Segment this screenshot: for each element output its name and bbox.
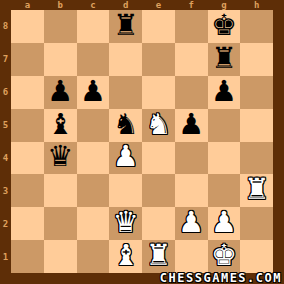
piece-black-queen[interactable]: ♛ xyxy=(47,142,73,171)
square-a4[interactable] xyxy=(11,142,44,175)
square-g2[interactable]: ♟ xyxy=(208,207,241,240)
piece-white-queen[interactable]: ♛ xyxy=(113,208,139,237)
square-d2[interactable]: ♛ xyxy=(109,207,142,240)
square-f6[interactable] xyxy=(175,76,208,109)
file-label-b: b xyxy=(44,0,77,10)
square-c5[interactable] xyxy=(77,109,110,142)
square-d1[interactable]: ♝ xyxy=(109,240,142,273)
square-e2[interactable] xyxy=(142,207,175,240)
piece-white-pawn[interactable]: ♟ xyxy=(178,208,204,237)
file-label-f: f xyxy=(175,0,208,10)
square-g1[interactable]: ♚ xyxy=(208,240,241,273)
square-b4[interactable]: ♛ xyxy=(44,142,77,175)
square-h2[interactable] xyxy=(240,207,273,240)
square-h1[interactable] xyxy=(240,240,273,273)
square-d7[interactable] xyxy=(109,43,142,76)
square-d8[interactable]: ♜ xyxy=(109,10,142,43)
piece-white-pawn[interactable]: ♟ xyxy=(211,208,237,237)
square-h3[interactable]: ♜ xyxy=(240,174,273,207)
square-f7[interactable] xyxy=(175,43,208,76)
square-e7[interactable] xyxy=(142,43,175,76)
square-c3[interactable] xyxy=(77,174,110,207)
piece-black-rook[interactable]: ♜ xyxy=(211,44,237,73)
square-c7[interactable] xyxy=(77,43,110,76)
square-g6[interactable]: ♟ xyxy=(208,76,241,109)
piece-white-king[interactable]: ♚ xyxy=(211,241,237,270)
rank-labels: 87654321 xyxy=(0,10,11,273)
square-b1[interactable] xyxy=(44,240,77,273)
square-e1[interactable]: ♜ xyxy=(142,240,175,273)
square-a7[interactable] xyxy=(11,43,44,76)
piece-black-king[interactable]: ♚ xyxy=(211,11,237,40)
square-g8[interactable]: ♚ xyxy=(208,10,241,43)
piece-white-rook[interactable]: ♜ xyxy=(244,175,270,204)
square-g3[interactable] xyxy=(208,174,241,207)
square-b2[interactable] xyxy=(44,207,77,240)
piece-black-pawn[interactable]: ♟ xyxy=(80,77,106,106)
chess-diagram: abcdefgh 87654321 ♜♚♜♟♟♟♝♞♞♟♛♟♜♛♟♟♝♜♚ CH… xyxy=(0,0,284,284)
square-f5[interactable]: ♟ xyxy=(175,109,208,142)
square-e6[interactable] xyxy=(142,76,175,109)
piece-black-rook[interactable]: ♜ xyxy=(113,11,139,40)
square-h5[interactable] xyxy=(240,109,273,142)
square-b7[interactable] xyxy=(44,43,77,76)
rank-label-5: 5 xyxy=(0,109,11,142)
square-a1[interactable] xyxy=(11,240,44,273)
square-h4[interactable] xyxy=(240,142,273,175)
square-e8[interactable] xyxy=(142,10,175,43)
square-a8[interactable] xyxy=(11,10,44,43)
piece-white-rook[interactable]: ♜ xyxy=(145,241,171,270)
square-h8[interactable] xyxy=(240,10,273,43)
square-a3[interactable] xyxy=(11,174,44,207)
piece-black-pawn[interactable]: ♟ xyxy=(47,77,73,106)
square-f8[interactable] xyxy=(175,10,208,43)
piece-white-knight[interactable]: ♞ xyxy=(145,110,171,139)
piece-white-bishop[interactable]: ♝ xyxy=(113,241,139,270)
square-d6[interactable] xyxy=(109,76,142,109)
square-c1[interactable] xyxy=(77,240,110,273)
square-f4[interactable] xyxy=(175,142,208,175)
rank-label-7: 7 xyxy=(0,43,11,76)
file-label-a: a xyxy=(11,0,44,10)
square-g5[interactable] xyxy=(208,109,241,142)
rank-label-8: 8 xyxy=(0,10,11,43)
chess-board: ♜♚♜♟♟♟♝♞♞♟♛♟♜♛♟♟♝♜♚ xyxy=(11,10,273,273)
square-b3[interactable] xyxy=(44,174,77,207)
rank-label-2: 2 xyxy=(0,207,11,240)
square-c8[interactable] xyxy=(77,10,110,43)
square-h7[interactable] xyxy=(240,43,273,76)
square-f2[interactable]: ♟ xyxy=(175,207,208,240)
rank-label-1: 1 xyxy=(0,240,11,273)
piece-black-knight[interactable]: ♞ xyxy=(113,110,139,139)
square-b8[interactable] xyxy=(44,10,77,43)
piece-black-pawn[interactable]: ♟ xyxy=(211,77,237,106)
square-g7[interactable]: ♜ xyxy=(208,43,241,76)
square-a6[interactable] xyxy=(11,76,44,109)
square-f3[interactable] xyxy=(175,174,208,207)
piece-black-pawn[interactable]: ♟ xyxy=(178,110,204,139)
rank-label-6: 6 xyxy=(0,76,11,109)
square-d3[interactable] xyxy=(109,174,142,207)
square-h6[interactable] xyxy=(240,76,273,109)
site-watermark: CHESSGAMES.COM xyxy=(160,272,282,284)
file-label-e: e xyxy=(142,0,175,10)
file-label-c: c xyxy=(77,0,110,10)
square-d4[interactable]: ♟ xyxy=(109,142,142,175)
square-c6[interactable]: ♟ xyxy=(77,76,110,109)
file-label-h: h xyxy=(240,0,273,10)
square-e3[interactable] xyxy=(142,174,175,207)
square-b6[interactable]: ♟ xyxy=(44,76,77,109)
square-e4[interactable] xyxy=(142,142,175,175)
square-g4[interactable] xyxy=(208,142,241,175)
square-f1[interactable] xyxy=(175,240,208,273)
rank-label-4: 4 xyxy=(0,142,11,175)
square-a5[interactable] xyxy=(11,109,44,142)
piece-white-pawn[interactable]: ♟ xyxy=(113,142,139,171)
square-a2[interactable] xyxy=(11,207,44,240)
square-c4[interactable] xyxy=(77,142,110,175)
rank-label-3: 3 xyxy=(0,174,11,207)
piece-black-bishop[interactable]: ♝ xyxy=(47,110,73,139)
square-c2[interactable] xyxy=(77,207,110,240)
square-e5[interactable]: ♞ xyxy=(142,109,175,142)
square-b5[interactable]: ♝ xyxy=(44,109,77,142)
square-d5[interactable]: ♞ xyxy=(109,109,142,142)
